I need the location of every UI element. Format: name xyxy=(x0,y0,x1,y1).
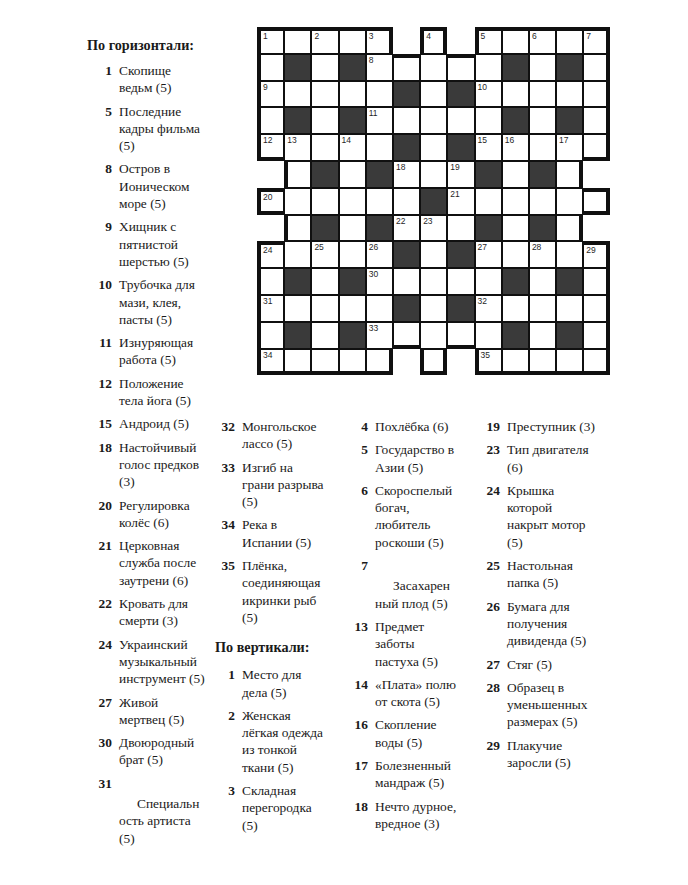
cell-number: 12 xyxy=(263,135,272,145)
clue-item: 1Скопище ведьм (5) xyxy=(85,62,220,97)
clue-item: 7Засахарен ный плод (5) xyxy=(350,557,464,612)
clue-number: 31 xyxy=(85,775,112,792)
empty-cell[interactable]: 1 xyxy=(257,27,284,54)
empty-cell[interactable] xyxy=(420,107,447,134)
cell-number: 19 xyxy=(450,162,459,172)
outside-area xyxy=(447,27,474,54)
empty-cell[interactable] xyxy=(393,54,420,81)
cell-number: 22 xyxy=(396,216,405,226)
cell-number: 26 xyxy=(369,242,378,252)
empty-cell[interactable]: 18 xyxy=(393,161,420,188)
black-cell xyxy=(366,161,393,188)
cell-number: 9 xyxy=(263,82,268,92)
empty-cell[interactable]: 13 xyxy=(284,134,311,161)
empty-cell[interactable] xyxy=(529,349,556,376)
black-cell xyxy=(447,295,474,322)
clue-text: Складная перегородка (5) xyxy=(242,782,327,834)
clue-item: 28Образец в уменьшенных размерах (5) xyxy=(482,679,602,731)
empty-cell[interactable] xyxy=(366,295,393,322)
empty-cell[interactable] xyxy=(311,134,338,161)
cell-number: 28 xyxy=(532,242,541,252)
empty-cell[interactable] xyxy=(339,27,366,54)
empty-cell[interactable]: 21 xyxy=(447,188,474,215)
outside-area xyxy=(447,349,474,376)
empty-cell[interactable] xyxy=(311,54,338,81)
empty-cell[interactable] xyxy=(420,134,447,161)
clue-text: Река в Испании (5) xyxy=(242,516,327,551)
empty-cell[interactable] xyxy=(502,27,529,54)
clue-number: 25 xyxy=(482,557,500,592)
cell-number: 4 xyxy=(426,31,431,41)
empty-cell[interactable] xyxy=(529,268,556,295)
across-clue-list-2: 32Монгольское лассо (5)33Изгиб на грани … xyxy=(215,418,337,626)
empty-cell[interactable] xyxy=(502,241,529,268)
empty-cell[interactable] xyxy=(311,295,338,322)
empty-cell[interactable] xyxy=(257,54,284,81)
clue-number: 1 xyxy=(215,666,235,701)
clue-number: 2 xyxy=(215,707,235,776)
clue-item: 3Складная перегородка (5) xyxy=(215,782,337,834)
empty-cell[interactable] xyxy=(556,349,583,376)
across-heading: По горизонтали: xyxy=(87,36,220,54)
black-cell xyxy=(366,215,393,242)
empty-cell[interactable] xyxy=(311,268,338,295)
clue-item: 4Похлёбка (6) xyxy=(350,418,464,435)
crossword-grid: 1234567891011121314151617181920212223242… xyxy=(257,27,610,375)
empty-cell[interactable] xyxy=(420,322,447,349)
clue-number: 18 xyxy=(85,439,112,491)
black-cell xyxy=(502,54,529,81)
clue-text: Скопище ведьм (5) xyxy=(119,62,207,97)
cell-number: 31 xyxy=(263,296,272,306)
clue-item: 24Украинский музыкальный инструмент (5) xyxy=(85,636,220,688)
empty-cell[interactable] xyxy=(502,161,529,188)
clue-text: Положение тела йога (5) xyxy=(119,375,207,410)
clue-number: 5 xyxy=(350,441,368,476)
empty-cell[interactable] xyxy=(420,241,447,268)
empty-cell[interactable]: 35 xyxy=(475,349,502,376)
empty-cell[interactable] xyxy=(420,295,447,322)
empty-cell[interactable]: 7 xyxy=(583,27,610,54)
empty-cell[interactable]: 9 xyxy=(257,81,284,108)
empty-cell[interactable]: 20 xyxy=(257,188,284,215)
clue-item: 19Преступник (3) xyxy=(482,418,602,435)
empty-cell[interactable]: 25 xyxy=(311,241,338,268)
empty-cell[interactable] xyxy=(556,81,583,108)
empty-cell[interactable] xyxy=(529,322,556,349)
empty-cell[interactable] xyxy=(529,134,556,161)
empty-cell[interactable] xyxy=(529,295,556,322)
empty-cell[interactable] xyxy=(284,215,311,242)
empty-cell[interactable]: 22 xyxy=(393,215,420,242)
cell-number: 33 xyxy=(369,323,378,333)
empty-cell[interactable]: 23 xyxy=(420,215,447,242)
cell-number: 21 xyxy=(450,189,459,199)
empty-cell[interactable]: 16 xyxy=(502,134,529,161)
empty-cell[interactable]: 17 xyxy=(556,134,583,161)
empty-cell[interactable] xyxy=(339,188,366,215)
empty-cell[interactable] xyxy=(583,349,610,376)
clue-number: 19 xyxy=(482,418,500,435)
clue-number: 35 xyxy=(215,557,235,626)
clue-number: 27 xyxy=(482,656,500,673)
clue-text: Место для дела (5) xyxy=(242,666,327,701)
clue-item: 33Изгиб на грани разрыва (5) xyxy=(215,459,337,511)
clue-number: 30 xyxy=(85,734,112,769)
clue-item: 26Бумага для получения дивиденда (5) xyxy=(482,598,602,650)
cell-number: 15 xyxy=(478,135,487,145)
across-clue-list-1: 1Скопище ведьм (5)5Последние кадры фильм… xyxy=(85,62,220,847)
empty-cell[interactable] xyxy=(339,215,366,242)
clue-item: 2Женская лёгкая одежда из тонкой ткани (… xyxy=(215,707,337,776)
clue-item: 24Крышка которой накрыт мотор (5) xyxy=(482,482,602,551)
empty-cell[interactable] xyxy=(366,134,393,161)
black-cell xyxy=(447,81,474,108)
clue-number: 21 xyxy=(85,537,112,589)
black-cell xyxy=(393,134,420,161)
clue-text: Специальн ость артиста (5) xyxy=(119,795,207,847)
empty-cell[interactable] xyxy=(420,161,447,188)
clue-number: 8 xyxy=(85,160,112,212)
empty-cell[interactable] xyxy=(583,107,610,134)
black-cell xyxy=(284,54,311,81)
black-cell xyxy=(502,268,529,295)
empty-cell[interactable] xyxy=(583,54,610,81)
empty-cell[interactable] xyxy=(393,188,420,215)
cell-number: 6 xyxy=(532,31,537,41)
cell-number: 16 xyxy=(505,135,514,145)
empty-cell[interactable] xyxy=(475,188,502,215)
empty-cell[interactable]: 28 xyxy=(529,241,556,268)
clue-number: 1 xyxy=(85,62,112,97)
empty-cell[interactable]: 8 xyxy=(366,54,393,81)
clue-text: Настойчивый голос предков (3) xyxy=(119,439,207,491)
clue-text: Настольная папка (5) xyxy=(507,557,595,592)
clue-number: 26 xyxy=(482,598,500,650)
empty-cell[interactable] xyxy=(475,322,502,349)
empty-cell[interactable]: 10 xyxy=(475,81,502,108)
clues-column-4: 19Преступник (3)23Тип двигателя (6)24Кры… xyxy=(482,418,602,777)
empty-cell[interactable] xyxy=(257,107,284,134)
clue-number: 16 xyxy=(350,716,368,751)
empty-cell[interactable]: 32 xyxy=(475,295,502,322)
cell-number: 18 xyxy=(396,162,405,172)
empty-cell[interactable] xyxy=(447,215,474,242)
empty-cell[interactable] xyxy=(556,295,583,322)
empty-cell[interactable] xyxy=(339,241,366,268)
across-clues-column: По горизонтали: 1Скопище ведьм (5)5После… xyxy=(85,36,220,853)
empty-cell[interactable] xyxy=(583,81,610,108)
clue-item: 35Плёнка, соединяющая икринки рыб (5) xyxy=(215,557,337,626)
empty-cell[interactable] xyxy=(393,107,420,134)
black-cell xyxy=(475,215,502,242)
outside-area xyxy=(583,161,610,188)
empty-cell[interactable] xyxy=(284,27,311,54)
empty-cell[interactable]: 29 xyxy=(583,241,610,268)
black-cell xyxy=(284,107,311,134)
black-cell xyxy=(475,161,502,188)
clue-number: 12 xyxy=(85,375,112,410)
empty-cell[interactable] xyxy=(447,54,474,81)
clue-item: 9Хищник с пятнистой шерстью (5) xyxy=(85,218,220,270)
empty-cell[interactable]: 26 xyxy=(366,241,393,268)
clue-text: Бумага для получения дивиденда (5) xyxy=(507,598,595,650)
clue-text: Женская лёгкая одежда из тонкой ткани (5… xyxy=(242,707,327,776)
empty-cell[interactable] xyxy=(393,322,420,349)
empty-cell[interactable]: 24 xyxy=(257,241,284,268)
black-cell xyxy=(311,161,338,188)
empty-cell[interactable] xyxy=(475,268,502,295)
clue-item: 20Регулировка колёс (6) xyxy=(85,497,220,532)
clue-number: 20 xyxy=(85,497,112,532)
empty-cell[interactable] xyxy=(529,188,556,215)
clue-text: Живой мертвец (5) xyxy=(119,694,207,729)
empty-cell[interactable]: 33 xyxy=(366,322,393,349)
clue-text: Преступник (3) xyxy=(507,418,595,435)
empty-cell[interactable] xyxy=(311,107,338,134)
empty-cell[interactable] xyxy=(583,268,610,295)
clue-text: Трубочка для мази, клея, пасты (5) xyxy=(119,276,207,328)
clue-text: Украинский музыкальный инструмент (5) xyxy=(119,636,207,688)
empty-cell[interactable]: 34 xyxy=(257,349,284,376)
empty-cell[interactable] xyxy=(502,188,529,215)
clue-number: 10 xyxy=(85,276,112,328)
black-cell xyxy=(339,107,366,134)
clue-text: Государство в Азии (5) xyxy=(375,441,459,476)
outside-area xyxy=(257,215,284,242)
empty-cell[interactable] xyxy=(284,349,311,376)
clue-number: 28 xyxy=(482,679,500,731)
down-clue-list-2: 4Похлёбка (6)5Государство в Азии (5)6Ско… xyxy=(350,418,464,832)
clue-text: Последние кадры фильма (5) xyxy=(119,103,207,155)
cell-number: 11 xyxy=(369,108,378,118)
down-heading: По вертикали: xyxy=(215,638,337,656)
black-cell xyxy=(447,134,474,161)
black-cell xyxy=(284,268,311,295)
empty-cell[interactable] xyxy=(447,322,474,349)
empty-cell[interactable] xyxy=(556,215,583,242)
empty-cell[interactable]: 27 xyxy=(475,241,502,268)
empty-cell[interactable] xyxy=(502,349,529,376)
empty-cell[interactable] xyxy=(393,268,420,295)
empty-cell[interactable]: 12 xyxy=(257,134,284,161)
empty-cell[interactable] xyxy=(475,54,502,81)
empty-cell[interactable] xyxy=(502,81,529,108)
clue-text: Стяг (5) xyxy=(507,656,595,673)
clue-text: Образец в уменьшенных размерах (5) xyxy=(507,679,595,731)
clue-number: 24 xyxy=(482,482,500,551)
cell-number: 24 xyxy=(263,245,272,255)
empty-cell[interactable] xyxy=(556,188,583,215)
empty-cell[interactable] xyxy=(556,161,583,188)
clue-number: 4 xyxy=(350,418,368,435)
clue-item: 8Остров в Ионическом море (5) xyxy=(85,160,220,212)
black-cell xyxy=(502,322,529,349)
empty-cell[interactable] xyxy=(556,241,583,268)
empty-cell[interactable] xyxy=(475,107,502,134)
clue-number: 5 xyxy=(85,103,112,155)
cell-number: 7 xyxy=(586,31,591,41)
empty-cell[interactable] xyxy=(583,134,610,161)
clue-item: 18Нечто дурное, вредное (3) xyxy=(350,798,464,833)
empty-cell[interactable] xyxy=(447,107,474,134)
clue-number: 34 xyxy=(215,516,235,551)
cell-number: 20 xyxy=(263,192,272,202)
clues-column-2: 32Монгольское лассо (5)33Изгиб на грани … xyxy=(215,418,337,840)
clue-number: 32 xyxy=(215,418,235,453)
empty-cell[interactable] xyxy=(583,188,610,215)
empty-cell[interactable]: 4 xyxy=(420,27,447,54)
empty-cell[interactable] xyxy=(366,188,393,215)
outside-area xyxy=(393,349,420,376)
clue-text: Андроид (5) xyxy=(119,415,207,432)
empty-cell[interactable] xyxy=(339,349,366,376)
down-clue-list-3: 19Преступник (3)23Тип двигателя (6)24Кры… xyxy=(482,418,602,771)
clue-text: Хищник с пятнистой шерстью (5) xyxy=(119,218,207,270)
clue-text: Нечто дурное, вредное (3) xyxy=(375,798,459,833)
empty-cell[interactable]: 30 xyxy=(366,268,393,295)
empty-cell[interactable] xyxy=(583,295,610,322)
empty-cell[interactable] xyxy=(284,241,311,268)
clue-number: 23 xyxy=(482,441,500,476)
empty-cell[interactable] xyxy=(529,81,556,108)
black-cell xyxy=(529,161,556,188)
empty-cell[interactable] xyxy=(366,349,393,376)
empty-cell[interactable] xyxy=(311,81,338,108)
clue-text: Плакучие заросли (5) xyxy=(507,737,595,772)
empty-cell[interactable] xyxy=(420,54,447,81)
empty-cell[interactable]: 11 xyxy=(366,107,393,134)
black-cell xyxy=(556,54,583,81)
clue-text: Засахарен ный плод (5) xyxy=(375,577,459,612)
clue-number: 7 xyxy=(350,557,368,574)
cell-number: 14 xyxy=(342,135,351,145)
clue-number: 9 xyxy=(85,218,112,270)
empty-cell[interactable] xyxy=(284,188,311,215)
clue-text: Изнуряющая работа (5) xyxy=(119,334,207,369)
empty-cell[interactable]: 6 xyxy=(529,27,556,54)
empty-cell[interactable]: 31 xyxy=(257,295,284,322)
clue-item: 29Плакучие заросли (5) xyxy=(482,737,602,772)
empty-cell[interactable] xyxy=(502,295,529,322)
clue-text: Монгольское лассо (5) xyxy=(242,418,327,453)
clue-number: 22 xyxy=(85,595,112,630)
black-cell xyxy=(502,107,529,134)
clues-column-3: 4Похлёбка (6)5Государство в Азии (5)6Ско… xyxy=(350,418,464,838)
black-cell xyxy=(393,241,420,268)
outside-area xyxy=(257,161,284,188)
cell-number: 27 xyxy=(478,242,487,252)
empty-cell[interactable] xyxy=(366,81,393,108)
black-cell xyxy=(339,54,366,81)
empty-cell[interactable]: 14 xyxy=(339,134,366,161)
clue-item: 13Предмет заботы пастуха (5) xyxy=(350,618,464,670)
black-cell xyxy=(339,268,366,295)
empty-cell[interactable] xyxy=(339,295,366,322)
clue-text: Остров в Ионическом море (5) xyxy=(119,160,207,212)
clue-text: Тип двигателя (6) xyxy=(507,441,595,476)
empty-cell[interactable] xyxy=(311,322,338,349)
empty-cell[interactable] xyxy=(420,81,447,108)
clue-item: 34Река в Испании (5) xyxy=(215,516,337,551)
outside-area xyxy=(393,27,420,54)
clue-text: Плёнка, соединяющая икринки рыб (5) xyxy=(242,557,327,626)
empty-cell[interactable]: 2 xyxy=(311,27,338,54)
black-cell xyxy=(311,215,338,242)
empty-cell[interactable] xyxy=(257,268,284,295)
cell-number: 23 xyxy=(423,216,432,226)
empty-cell[interactable] xyxy=(257,322,284,349)
clue-item: 32Монгольское лассо (5) xyxy=(215,418,337,453)
clue-text: Болезненный мандраж (5) xyxy=(375,757,459,792)
empty-cell[interactable] xyxy=(447,268,474,295)
clue-item: 23Тип двигателя (6) xyxy=(482,441,602,476)
empty-cell[interactable]: 15 xyxy=(475,134,502,161)
black-cell xyxy=(393,295,420,322)
clue-item: 17Болезненный мандраж (5) xyxy=(350,757,464,792)
clue-item: 10Трубочка для мази, клея, пасты (5) xyxy=(85,276,220,328)
clue-text: Скороспелый богач, любитель роскоши (5) xyxy=(375,482,459,551)
cell-number: 1 xyxy=(263,31,268,41)
clue-number: 3 xyxy=(215,782,235,834)
empty-cell[interactable] xyxy=(339,161,366,188)
clue-number: 33 xyxy=(215,459,235,511)
cell-number: 32 xyxy=(478,296,487,306)
cell-number: 35 xyxy=(481,350,490,360)
cell-number: 25 xyxy=(314,242,323,252)
empty-cell[interactable] xyxy=(284,81,311,108)
empty-cell[interactable] xyxy=(529,54,556,81)
empty-cell[interactable] xyxy=(284,161,311,188)
empty-cell[interactable] xyxy=(556,27,583,54)
empty-cell[interactable] xyxy=(583,322,610,349)
clue-item: 15Андроид (5) xyxy=(85,415,220,432)
empty-cell[interactable] xyxy=(529,107,556,134)
cell-number: 34 xyxy=(263,350,272,360)
empty-cell[interactable] xyxy=(284,295,311,322)
empty-cell[interactable] xyxy=(311,188,338,215)
clue-number: 15 xyxy=(85,415,112,432)
clue-number: 29 xyxy=(482,737,500,772)
cell-number: 17 xyxy=(559,135,568,145)
empty-cell[interactable] xyxy=(502,215,529,242)
clue-number: 24 xyxy=(85,636,112,688)
clue-item: 6Скороспелый богач, любитель роскоши (5) xyxy=(350,482,464,551)
clue-text: Крышка которой накрыт мотор (5) xyxy=(507,482,595,551)
empty-cell[interactable] xyxy=(339,81,366,108)
black-cell xyxy=(556,107,583,134)
clue-text: Изгиб на грани разрыва (5) xyxy=(242,459,327,511)
black-cell xyxy=(447,241,474,268)
clue-number: 13 xyxy=(350,618,368,670)
clue-item: 27Стяг (5) xyxy=(482,656,602,673)
black-cell xyxy=(529,215,556,242)
empty-cell[interactable]: 19 xyxy=(447,161,474,188)
empty-cell[interactable] xyxy=(420,268,447,295)
clue-item: 12Положение тела йога (5) xyxy=(85,375,220,410)
clue-text: Кровать для смерти (3) xyxy=(119,595,207,630)
black-cell xyxy=(420,188,447,215)
empty-cell[interactable] xyxy=(420,349,447,376)
clue-item: 21Церковная служба после заутрени (6) xyxy=(85,537,220,589)
empty-cell[interactable] xyxy=(311,349,338,376)
clue-item: 27Живой мертвец (5) xyxy=(85,694,220,729)
empty-cell[interactable]: 3 xyxy=(366,27,393,54)
clue-item: 22Кровать для смерти (3) xyxy=(85,595,220,630)
clue-number: 17 xyxy=(350,757,368,792)
clue-text: «Плата» полю от скота (5) xyxy=(375,676,459,711)
empty-cell[interactable]: 5 xyxy=(475,27,502,54)
